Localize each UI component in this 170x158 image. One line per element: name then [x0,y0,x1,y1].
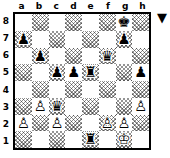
square-b8[interactable] [32,14,49,31]
square-b6[interactable]: ♟ [32,48,49,65]
square-e5[interactable]: ♜ [82,64,99,81]
square-f1[interactable] [99,131,116,148]
square-g7[interactable]: ♟ [116,31,133,48]
rank-labels: 87654321 [0,12,12,150]
piece-wP-f2[interactable]: ♙ [101,116,114,131]
square-a2[interactable]: ♙ [15,115,32,132]
piece-bP-g7[interactable]: ♟ [117,32,130,47]
square-b1[interactable] [32,131,49,148]
chess-diagram: abcdefgh 87654321 ♚♟♟♟♛♟♟♜♟♙♛♙♙♙♙♙♜♔ ▼ [0,0,170,158]
file-label-g: g [117,0,134,12]
file-labels: abcdefgh [13,0,151,12]
square-a7[interactable]: ♟ [15,31,32,48]
square-a3[interactable] [15,98,32,115]
square-h7[interactable] [132,31,149,48]
square-g2[interactable]: ♙ [116,115,133,132]
square-d5[interactable]: ♟ [65,64,82,81]
square-g3[interactable] [116,98,133,115]
file-label-c: c [48,0,65,12]
square-g1[interactable]: ♔ [116,131,133,148]
square-e6[interactable] [82,48,99,65]
square-d3[interactable] [65,98,82,115]
rank-label-5: 5 [0,64,12,81]
piece-bP-b6[interactable]: ♟ [34,49,47,64]
square-a1[interactable] [15,131,32,148]
rank-label-2: 2 [0,116,12,133]
piece-bP-c5[interactable]: ♟ [50,65,63,80]
rank-label-4: 4 [0,81,12,98]
piece-bK-g8[interactable]: ♚ [117,15,130,30]
square-c6[interactable] [49,48,66,65]
piece-wP-a2[interactable]: ♙ [17,116,30,131]
piece-bP-a7[interactable]: ♟ [17,32,30,47]
piece-bR-e5[interactable]: ♜ [84,65,97,80]
rank-label-3: 3 [0,98,12,115]
square-h4[interactable] [132,81,149,98]
square-b3[interactable]: ♙ [32,98,49,115]
square-b2[interactable] [32,115,49,132]
square-g8[interactable]: ♚ [116,14,133,31]
square-e7[interactable] [82,31,99,48]
square-g4[interactable] [116,81,133,98]
square-b7[interactable] [32,31,49,48]
square-e1[interactable]: ♜ [82,131,99,148]
square-f2[interactable]: ♙ [99,115,116,132]
square-f5[interactable] [99,64,116,81]
square-d2[interactable] [65,115,82,132]
square-c7[interactable] [49,31,66,48]
square-h6[interactable] [132,48,149,65]
rank-label-7: 7 [0,29,12,46]
square-b5[interactable] [32,64,49,81]
square-a4[interactable] [15,81,32,98]
piece-bP-d5[interactable]: ♟ [67,65,80,80]
square-b4[interactable] [32,81,49,98]
piece-wK-g1[interactable]: ♔ [117,132,130,147]
square-e3[interactable] [82,98,99,115]
square-f3[interactable] [99,98,116,115]
square-e4[interactable] [82,81,99,98]
square-e8[interactable] [82,14,99,31]
square-e2[interactable] [82,115,99,132]
square-c8[interactable] [49,14,66,31]
square-a6[interactable] [15,48,32,65]
rank-label-8: 8 [0,12,12,29]
square-h3[interactable]: ♙ [132,98,149,115]
square-c3[interactable]: ♛ [49,98,66,115]
chess-board: ♚♟♟♟♛♟♟♜♟♙♛♙♙♙♙♙♜♔ [13,12,151,150]
square-f7[interactable] [99,31,116,48]
file-label-h: h [134,0,151,12]
piece-wP-h3[interactable]: ♙ [134,99,147,114]
file-label-b: b [30,0,47,12]
rank-label-1: 1 [0,133,12,150]
square-c4[interactable] [49,81,66,98]
piece-bQ-c3[interactable]: ♛ [50,99,63,114]
square-d1[interactable] [65,131,82,148]
square-h1[interactable] [132,131,149,148]
square-d6[interactable] [65,48,82,65]
square-c2[interactable]: ♙ [49,115,66,132]
file-label-e: e [82,0,99,12]
rank-label-6: 6 [0,47,12,64]
file-label-d: d [65,0,82,12]
square-g6[interactable] [116,48,133,65]
piece-bR-e1[interactable]: ♜ [84,132,97,147]
square-c1[interactable] [49,131,66,148]
file-label-a: a [13,0,30,12]
square-d4[interactable] [65,81,82,98]
file-label-f: f [99,0,116,12]
piece-bP-h5[interactable]: ♟ [134,65,147,80]
square-f8[interactable] [99,14,116,31]
square-h5[interactable]: ♟ [132,64,149,81]
square-a5[interactable] [15,64,32,81]
piece-wP-g2[interactable]: ♙ [117,116,130,131]
piece-wP-b3[interactable]: ♙ [34,99,47,114]
square-h2[interactable] [132,115,149,132]
piece-wP-c2[interactable]: ♙ [50,116,63,131]
square-c5[interactable]: ♟ [49,64,66,81]
square-h8[interactable] [132,14,149,31]
black-to-move-marker: ▼ [157,11,167,25]
piece-bQ-f6[interactable]: ♛ [101,49,114,64]
square-d7[interactable] [65,31,82,48]
square-g5[interactable] [116,64,133,81]
square-f6[interactable]: ♛ [99,48,116,65]
square-f4[interactable] [99,81,116,98]
square-d8[interactable] [65,14,82,31]
square-a8[interactable] [15,14,32,31]
